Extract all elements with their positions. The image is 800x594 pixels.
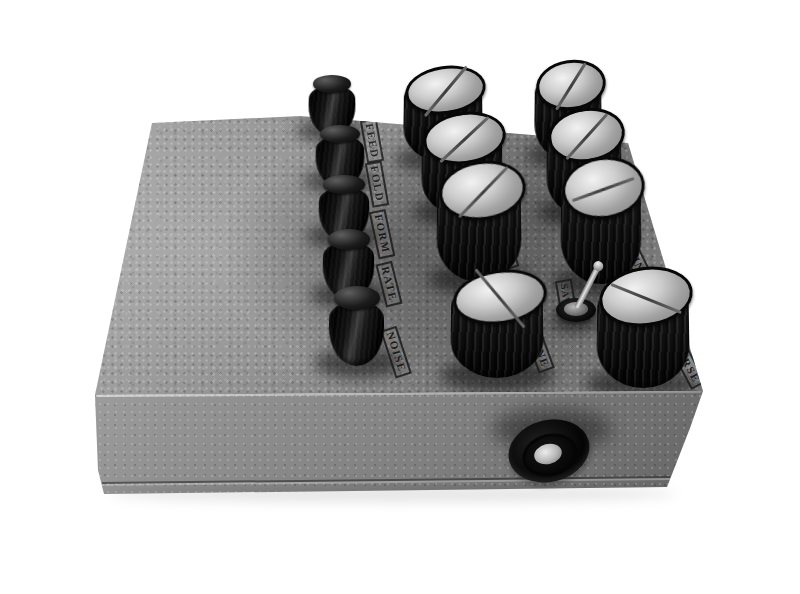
knob-pointer xyxy=(440,116,490,163)
knob-pointer xyxy=(424,66,467,117)
knob-fine[interactable] xyxy=(450,274,544,378)
knob-cap xyxy=(334,286,380,309)
knob-pointer xyxy=(457,166,507,218)
knob-cap xyxy=(328,229,371,250)
knob-pointer xyxy=(610,283,681,314)
output-jack xyxy=(506,418,594,488)
product-photo: FEED FOLD FORM RATE NOISE SWEEP SAW FINE… xyxy=(0,0,800,594)
knob-pointer xyxy=(556,63,587,111)
knob-sweep[interactable] xyxy=(436,166,522,282)
controls-layer xyxy=(0,0,800,594)
knob-cap xyxy=(323,175,364,195)
knob-cap xyxy=(313,75,351,93)
knob-noise[interactable] xyxy=(326,288,388,366)
knob-pointer xyxy=(566,112,609,159)
knob-pointer xyxy=(475,268,526,328)
saw-toggle-switch[interactable] xyxy=(548,254,612,326)
knob-body xyxy=(328,302,385,366)
knob-pointer xyxy=(573,177,636,202)
